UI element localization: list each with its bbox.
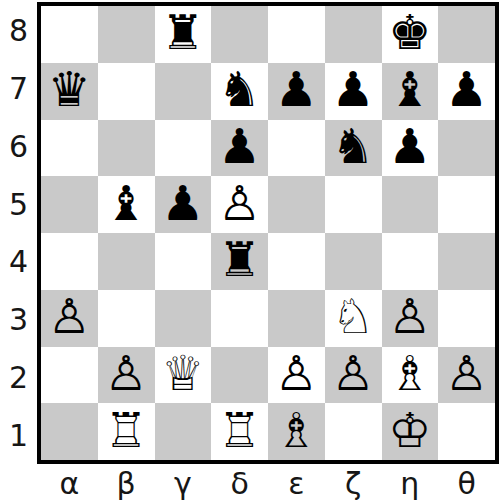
white-knight[interactable]: ♘ (332, 290, 375, 344)
black-pawn[interactable]: ♟ (275, 63, 318, 117)
black-pawn[interactable]: ♟ (161, 176, 204, 230)
square-ε7[interactable]: ♟ (268, 63, 325, 120)
black-rook[interactable]: ♜ (161, 6, 204, 60)
black-bishop[interactable]: ♝ (388, 63, 431, 117)
rank-label-4: 4 (0, 233, 37, 291)
black-knight[interactable]: ♞ (218, 63, 261, 117)
square-γ8[interactable]: ♜ (155, 6, 212, 63)
square-θ1[interactable] (438, 403, 495, 460)
square-α6[interactable] (41, 120, 98, 177)
square-δ3[interactable] (211, 290, 268, 347)
square-δ2[interactable] (211, 347, 268, 404)
square-ε6[interactable] (268, 120, 325, 177)
file-label-ε: ε (268, 464, 325, 502)
black-knight[interactable]: ♞ (332, 120, 375, 174)
square-θ2[interactable]: ♙ (438, 347, 495, 404)
square-γ1[interactable] (155, 403, 212, 460)
square-ζ1[interactable] (325, 403, 382, 460)
square-β8[interactable] (98, 6, 155, 63)
white-pawn[interactable]: ♙ (445, 347, 488, 401)
square-β3[interactable] (98, 290, 155, 347)
square-ε1[interactable]: ♗ (268, 403, 325, 460)
file-label-δ: δ (211, 464, 268, 502)
rank-labels: 87654321 (0, 2, 37, 464)
white-king[interactable]: ♔ (388, 403, 431, 457)
square-γ6[interactable] (155, 120, 212, 177)
square-β1[interactable]: ♖ (98, 403, 155, 460)
square-β6[interactable] (98, 120, 155, 177)
black-pawn[interactable]: ♟ (388, 120, 431, 174)
square-θ6[interactable] (438, 120, 495, 177)
square-δ1[interactable]: ♖ (211, 403, 268, 460)
white-pawn[interactable]: ♙ (275, 347, 318, 401)
square-β7[interactable] (98, 63, 155, 120)
square-ε4[interactable] (268, 233, 325, 290)
square-η5[interactable] (382, 176, 439, 233)
square-ε3[interactable] (268, 290, 325, 347)
black-pawn[interactable]: ♟ (445, 63, 488, 117)
rank-label-7: 7 (0, 60, 37, 118)
square-α1[interactable] (41, 403, 98, 460)
white-rook[interactable]: ♖ (105, 403, 148, 457)
square-η4[interactable] (382, 233, 439, 290)
square-γ3[interactable] (155, 290, 212, 347)
square-α5[interactable] (41, 176, 98, 233)
black-bishop[interactable]: ♝ (105, 176, 148, 230)
square-θ4[interactable] (438, 233, 495, 290)
square-ζ4[interactable] (325, 233, 382, 290)
square-α4[interactable] (41, 233, 98, 290)
black-rook[interactable]: ♜ (218, 233, 261, 287)
square-α7[interactable]: ♛ (41, 63, 98, 120)
square-α8[interactable] (41, 6, 98, 63)
square-α3[interactable]: ♙ (41, 290, 98, 347)
square-η3[interactable]: ♙ (382, 290, 439, 347)
square-ζ8[interactable] (325, 6, 382, 63)
square-δ8[interactable] (211, 6, 268, 63)
square-ε2[interactable]: ♙ (268, 347, 325, 404)
chess-diagram: 87654321 ♜♚♛♞♟♟♝♟♟♞♟♝♟♙♜♙♘♙♙♕♙♙♗♙♖♖♗♔ αβ… (0, 0, 499, 502)
white-pawn[interactable]: ♙ (105, 347, 148, 401)
chess-board: ♜♚♛♞♟♟♝♟♟♞♟♝♟♙♜♙♘♙♙♕♙♙♗♙♖♖♗♔ (37, 2, 499, 464)
rank-label-3: 3 (0, 291, 37, 349)
square-δ4[interactable]: ♜ (211, 233, 268, 290)
square-η1[interactable]: ♔ (382, 403, 439, 460)
black-queen[interactable]: ♛ (48, 63, 91, 117)
black-pawn[interactable]: ♟ (218, 120, 261, 174)
square-ζ2[interactable]: ♙ (325, 347, 382, 404)
file-label-η: η (382, 464, 439, 502)
file-label-θ: θ (438, 464, 495, 502)
black-pawn[interactable]: ♟ (332, 63, 375, 117)
square-θ5[interactable] (438, 176, 495, 233)
rank-label-2: 2 (0, 349, 37, 407)
square-δ5[interactable]: ♙ (211, 176, 268, 233)
white-rook[interactable]: ♖ (218, 403, 261, 457)
square-γ4[interactable] (155, 233, 212, 290)
rank-label-8: 8 (0, 2, 37, 60)
square-η8[interactable]: ♚ (382, 6, 439, 63)
white-pawn[interactable]: ♙ (388, 290, 431, 344)
square-θ3[interactable] (438, 290, 495, 347)
file-label-γ: γ (155, 464, 212, 502)
square-α2[interactable] (41, 347, 98, 404)
square-θ7[interactable]: ♟ (438, 63, 495, 120)
square-ε5[interactable] (268, 176, 325, 233)
square-ε8[interactable] (268, 6, 325, 63)
square-γ7[interactable] (155, 63, 212, 120)
file-label-ζ: ζ (325, 464, 382, 502)
square-θ8[interactable] (438, 6, 495, 63)
square-η6[interactable]: ♟ (382, 120, 439, 177)
square-β5[interactable]: ♝ (98, 176, 155, 233)
white-pawn[interactable]: ♙ (332, 347, 375, 401)
white-bishop[interactable]: ♗ (275, 403, 318, 457)
square-β2[interactable]: ♙ (98, 347, 155, 404)
white-bishop[interactable]: ♗ (388, 347, 431, 401)
square-ζ5[interactable] (325, 176, 382, 233)
file-label-β: β (98, 464, 155, 502)
square-γ5[interactable]: ♟ (155, 176, 212, 233)
square-δ6[interactable]: ♟ (211, 120, 268, 177)
square-ζ3[interactable]: ♘ (325, 290, 382, 347)
square-γ2[interactable]: ♕ (155, 347, 212, 404)
square-β4[interactable] (98, 233, 155, 290)
rank-label-1: 1 (0, 406, 37, 464)
file-label-α: α (41, 464, 98, 502)
file-labels: αβγδεζηθ (41, 464, 495, 502)
square-ζ7[interactable]: ♟ (325, 63, 382, 120)
square-δ7[interactable]: ♞ (211, 63, 268, 120)
black-king[interactable]: ♚ (388, 6, 431, 60)
square-ζ6[interactable]: ♞ (325, 120, 382, 177)
square-η2[interactable]: ♗ (382, 347, 439, 404)
white-pawn[interactable]: ♙ (48, 290, 91, 344)
white-queen[interactable]: ♕ (161, 347, 204, 401)
rank-label-5: 5 (0, 175, 37, 233)
white-pawn[interactable]: ♙ (218, 176, 261, 230)
square-η7[interactable]: ♝ (382, 63, 439, 120)
rank-label-6: 6 (0, 118, 37, 176)
